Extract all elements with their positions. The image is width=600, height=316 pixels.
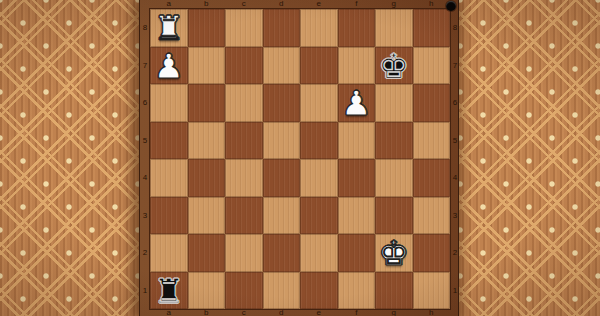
square-d8[interactable] xyxy=(263,9,301,47)
square-b5[interactable] xyxy=(188,122,226,160)
black-king-g7[interactable]: ♚ xyxy=(375,47,413,85)
square-g5[interactable] xyxy=(375,122,413,160)
square-e6[interactable] xyxy=(300,84,338,122)
rank-label-3: 3 xyxy=(450,197,460,235)
square-c3[interactable] xyxy=(225,197,263,235)
square-b3[interactable] xyxy=(188,197,226,235)
rank-label-6: 6 xyxy=(450,84,460,122)
square-f6[interactable]: ♟ xyxy=(338,84,376,122)
square-f5[interactable] xyxy=(338,122,376,160)
square-a2[interactable] xyxy=(150,234,188,272)
square-f7[interactable] xyxy=(338,47,376,85)
square-f2[interactable] xyxy=(338,234,376,272)
square-b8[interactable] xyxy=(188,9,226,47)
square-e1[interactable] xyxy=(300,272,338,310)
square-a5[interactable] xyxy=(150,122,188,160)
square-a1[interactable]: ♜ xyxy=(150,272,188,310)
chess-board: abcdefgh abcdefgh 87654321 87654321 ♜♟♚♟… xyxy=(139,0,459,316)
black-to-move-indicator xyxy=(446,1,456,11)
rank-label-1: 1 xyxy=(450,272,460,310)
square-h1[interactable] xyxy=(413,272,451,310)
white-pawn-f6[interactable]: ♟ xyxy=(338,84,376,122)
square-d3[interactable] xyxy=(263,197,301,235)
square-h4[interactable] xyxy=(413,159,451,197)
square-g7[interactable]: ♚ xyxy=(375,47,413,85)
square-a3[interactable] xyxy=(150,197,188,235)
square-c7[interactable] xyxy=(225,47,263,85)
square-e4[interactable] xyxy=(300,159,338,197)
square-h7[interactable] xyxy=(413,47,451,85)
square-b4[interactable] xyxy=(188,159,226,197)
square-b2[interactable] xyxy=(188,234,226,272)
square-h8[interactable] xyxy=(413,9,451,47)
square-a6[interactable] xyxy=(150,84,188,122)
square-f3[interactable] xyxy=(338,197,376,235)
rank-label-2: 2 xyxy=(450,234,460,272)
square-d7[interactable] xyxy=(263,47,301,85)
square-e7[interactable] xyxy=(300,47,338,85)
square-f8[interactable] xyxy=(338,9,376,47)
white-pawn-a7[interactable]: ♟ xyxy=(150,47,188,85)
board-squares: ♜♟♚♟♚♜ xyxy=(149,8,451,310)
square-f1[interactable] xyxy=(338,272,376,310)
square-d5[interactable] xyxy=(263,122,301,160)
rank-label-4: 4 xyxy=(450,159,460,197)
square-a7[interactable]: ♟ xyxy=(150,47,188,85)
square-d4[interactable] xyxy=(263,159,301,197)
rank-label-7: 7 xyxy=(450,47,460,85)
square-c6[interactable] xyxy=(225,84,263,122)
square-h6[interactable] xyxy=(413,84,451,122)
square-b1[interactable] xyxy=(188,272,226,310)
white-king-g2[interactable]: ♚ xyxy=(375,234,413,272)
square-g8[interactable] xyxy=(375,9,413,47)
square-h5[interactable] xyxy=(413,122,451,160)
square-c2[interactable] xyxy=(225,234,263,272)
square-g1[interactable] xyxy=(375,272,413,310)
square-c1[interactable] xyxy=(225,272,263,310)
square-g3[interactable] xyxy=(375,197,413,235)
square-a8[interactable]: ♜ xyxy=(150,9,188,47)
square-g2[interactable]: ♚ xyxy=(375,234,413,272)
square-e2[interactable] xyxy=(300,234,338,272)
square-g4[interactable] xyxy=(375,159,413,197)
square-e3[interactable] xyxy=(300,197,338,235)
square-h2[interactable] xyxy=(413,234,451,272)
square-c5[interactable] xyxy=(225,122,263,160)
square-e8[interactable] xyxy=(300,9,338,47)
square-d6[interactable] xyxy=(263,84,301,122)
square-a4[interactable] xyxy=(150,159,188,197)
app-background: { "game": "chess", "position": { "fen": … xyxy=(0,0,600,316)
white-rook-a8[interactable]: ♜ xyxy=(150,9,188,47)
ranks-right: 87654321 xyxy=(450,9,460,309)
square-d1[interactable] xyxy=(263,272,301,310)
square-f4[interactable] xyxy=(338,159,376,197)
square-h3[interactable] xyxy=(413,197,451,235)
rank-label-5: 5 xyxy=(450,122,460,160)
square-c8[interactable] xyxy=(225,9,263,47)
rank-label-8: 8 xyxy=(450,9,460,47)
square-b7[interactable] xyxy=(188,47,226,85)
square-d2[interactable] xyxy=(263,234,301,272)
square-e5[interactable] xyxy=(300,122,338,160)
square-b6[interactable] xyxy=(188,84,226,122)
black-rook-a1[interactable]: ♜ xyxy=(150,272,188,310)
square-g6[interactable] xyxy=(375,84,413,122)
square-c4[interactable] xyxy=(225,159,263,197)
